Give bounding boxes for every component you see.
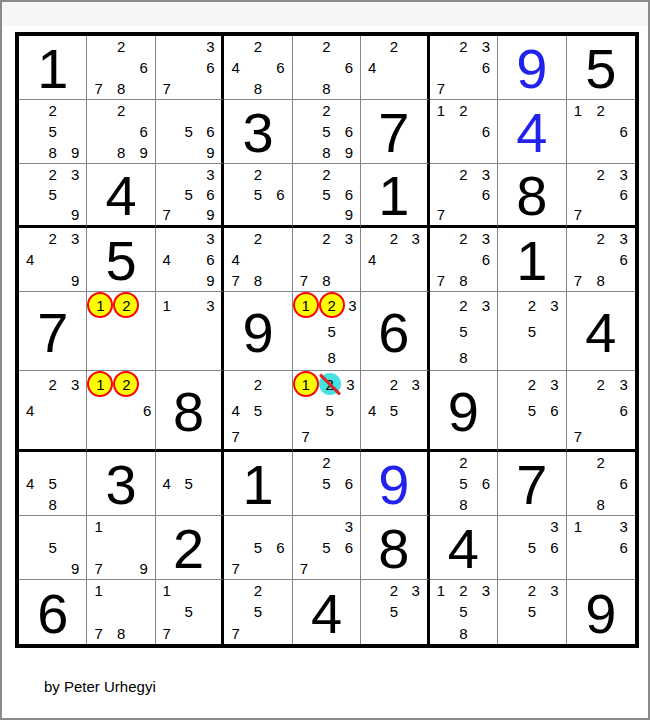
cell-r7c5[interactable]: 256 (293, 452, 361, 516)
candidate-4 (87, 318, 113, 344)
cell-r3c5[interactable]: 2569 (293, 164, 361, 228)
candidate-grid: 234 (361, 228, 426, 291)
candidate-grid: 126 (430, 100, 497, 163)
solved-digit: 1 (242, 454, 273, 513)
cell-r4c1[interactable]: 2349 (19, 228, 87, 292)
cell-r5c7[interactable]: 2358 (430, 292, 498, 371)
cell-r4c5[interactable]: 2378 (293, 228, 361, 292)
candidate-6 (200, 318, 222, 344)
candidate-2: 2 (521, 371, 543, 397)
candidate-8 (521, 558, 543, 579)
solved-digit: 5 (585, 38, 616, 97)
cell-r7c6[interactable]: 9 (361, 452, 429, 516)
candidate-9 (269, 270, 291, 291)
candidate-1: 1 (87, 516, 109, 537)
candidate-1 (224, 371, 246, 397)
cell-r4c4[interactable]: 2478 (224, 228, 292, 292)
candidate-5 (178, 249, 200, 270)
candidate-8 (178, 623, 200, 644)
candidate-2: 2 (521, 580, 543, 601)
cell-r1c9[interactable]: 5 (567, 36, 635, 100)
cell-r6c5[interactable]: 12357 (293, 371, 361, 452)
candidate-6 (64, 184, 86, 204)
cell-r6c2[interactable]: 126 (87, 371, 155, 452)
cell-r7c3[interactable]: 45 (156, 452, 224, 516)
candidate-3: 3 (338, 228, 360, 249)
candidate-5: 5 (41, 473, 63, 494)
cell-r1c7[interactable]: 2367 (430, 36, 498, 100)
cell-r1c3[interactable]: 367 (156, 36, 224, 100)
cell-r8c9[interactable]: 136 (567, 516, 635, 580)
candidate-9 (338, 78, 360, 99)
candidate-1 (19, 164, 41, 184)
candidate-grid: 24 (361, 36, 426, 99)
candidate-7 (567, 494, 590, 515)
candidate-2: 2 (247, 580, 269, 601)
cell-r6c3[interactable]: 8 (156, 371, 224, 452)
candidate-2 (178, 100, 200, 121)
candidate-2 (178, 452, 200, 473)
candidate-2: 2 (589, 164, 612, 184)
candidate-2: 2 (113, 292, 139, 318)
cell-r1c4[interactable]: 2468 (224, 36, 292, 100)
cell-r9c7[interactable]: 12358 (430, 580, 498, 644)
candidate-8: 8 (315, 78, 337, 99)
cell-r9c4[interactable]: 257 (224, 580, 292, 644)
candidate-7: 7 (293, 270, 315, 291)
candidate-1 (293, 100, 315, 121)
candidate-3: 3 (64, 371, 86, 397)
candidate-4 (430, 318, 452, 344)
sudoku-app-window: 1267836724682682423679525892689569325689… (0, 0, 650, 720)
solved-digit: 4 (311, 583, 342, 642)
candidate-2: 2 (452, 36, 474, 57)
candidate-2 (521, 516, 543, 537)
candidate-9 (200, 623, 222, 644)
highlight-yellow-circle: 1 (293, 371, 319, 397)
cell-r4c6[interactable]: 234 (361, 228, 429, 292)
cell-r8c8[interactable]: 356 (498, 516, 566, 580)
candidate-5 (315, 249, 337, 270)
cell-r2c9[interactable]: 126 (567, 100, 635, 164)
cell-r8c7[interactable]: 4 (430, 516, 498, 580)
candidate-8: 8 (589, 270, 612, 291)
candidate-9 (405, 423, 427, 449)
candidate-6: 6 (200, 57, 222, 78)
candidate-3 (269, 228, 291, 249)
cell-r1c6[interactable]: 24 (361, 36, 429, 100)
candidate-6 (543, 318, 565, 344)
cell-r1c2[interactable]: 2678 (87, 36, 155, 100)
candidate-6 (64, 473, 86, 494)
candidate-7: 7 (567, 423, 590, 449)
candidate-1 (224, 516, 246, 537)
solved-digit: 4 (106, 165, 137, 224)
solved-digit: 8 (516, 165, 547, 224)
cell-r9c9[interactable]: 9 (567, 580, 635, 644)
candidate-8: 8 (315, 270, 337, 291)
candidate-grid: 356 (498, 516, 565, 579)
candidate-3 (132, 516, 154, 537)
candidate-7 (87, 344, 113, 370)
cell-r4c2[interactable]: 5 (87, 228, 155, 292)
candidate-9 (612, 270, 635, 291)
cell-r5c2[interactable]: 12 (87, 292, 155, 371)
cell-r5c3[interactable]: 13 (156, 292, 224, 371)
candidate-9 (64, 423, 86, 449)
candidate-9 (475, 142, 497, 163)
candidate-7 (19, 423, 41, 449)
candidate-4: 4 (224, 249, 246, 270)
candidate-6: 6 (612, 121, 635, 142)
solved-digit: 6 (378, 302, 409, 361)
candidate-3: 3 (543, 292, 565, 318)
candidate-4 (19, 184, 41, 204)
cell-r1c5[interactable]: 268 (293, 36, 361, 100)
candidate-6: 6 (132, 57, 154, 78)
candidate-1 (224, 228, 246, 249)
candidate-9 (475, 623, 497, 644)
cell-r7c7[interactable]: 2568 (430, 452, 498, 516)
candidate-1 (430, 452, 452, 473)
candidate-6: 6 (475, 121, 497, 142)
candidate-6 (132, 601, 154, 622)
candidate-grid: 2468 (224, 36, 291, 99)
candidate-4 (498, 318, 520, 344)
candidate-1: 1 (567, 516, 590, 537)
candidate-1 (156, 100, 178, 121)
candidate-8 (113, 423, 139, 449)
candidate-3 (475, 452, 497, 473)
candidate-8: 8 (319, 344, 345, 370)
candidate-grid: 136 (567, 516, 635, 579)
candidate-3: 3 (200, 36, 222, 57)
candidate-8 (247, 623, 269, 644)
candidate-5: 5 (178, 473, 200, 494)
candidate-grid: 12 (87, 292, 154, 370)
cell-r8c5[interactable]: 3567 (293, 516, 361, 580)
cell-r9c5[interactable]: 4 (293, 580, 361, 644)
candidate-5: 5 (315, 184, 337, 204)
candidate-5: 5 (315, 537, 337, 558)
candidate-grid: 257 (224, 580, 291, 644)
candidate-1: 1 (293, 292, 319, 318)
cell-r3c1[interactable]: 2359 (19, 164, 87, 228)
cell-r9c6[interactable]: 235 (361, 580, 429, 644)
candidate-5: 5 (41, 121, 63, 142)
candidate-1 (361, 371, 383, 397)
cell-r7c9[interactable]: 268 (567, 452, 635, 516)
candidate-7 (224, 78, 246, 99)
candidate-6: 6 (612, 397, 635, 423)
candidate-2 (315, 516, 337, 537)
cell-r9c1[interactable]: 6 (19, 580, 87, 644)
candidate-4: 4 (224, 57, 246, 78)
candidate-5 (452, 249, 474, 270)
candidate-grid: 2359 (19, 164, 86, 225)
candidate-8 (452, 205, 474, 225)
cell-r7c8[interactable]: 7 (498, 452, 566, 516)
candidate-4 (87, 601, 109, 622)
candidate-1 (498, 292, 520, 318)
candidate-grid: 2478 (224, 228, 291, 291)
candidate-2 (178, 228, 200, 249)
cell-r3c6[interactable]: 1 (361, 164, 429, 228)
candidate-3 (612, 452, 635, 473)
candidate-1: 1 (156, 580, 178, 601)
candidate-grid: 234 (19, 371, 86, 449)
candidate-9 (269, 205, 291, 225)
cell-r2c3[interactable]: 569 (156, 100, 224, 164)
cell-r1c8[interactable]: 9 (498, 36, 566, 100)
cell-r2c7[interactable]: 126 (430, 100, 498, 164)
candidate-4 (87, 537, 109, 558)
cell-r3c4[interactable]: 256 (224, 164, 292, 228)
cell-r8c6[interactable]: 8 (361, 516, 429, 580)
cell-r3c8[interactable]: 8 (498, 164, 566, 228)
candidate-grid: 2678 (87, 36, 154, 99)
candidate-4: 4 (361, 397, 383, 423)
candidate-grid: 35679 (156, 164, 221, 225)
candidate-1 (156, 228, 178, 249)
candidate-grid: 2356 (498, 371, 565, 449)
candidate-6: 6 (612, 249, 635, 270)
solved-digit: 8 (173, 381, 204, 440)
cell-r3c9[interactable]: 2367 (567, 164, 635, 228)
cell-r3c2[interactable]: 4 (87, 164, 155, 228)
candidate-6 (64, 537, 86, 558)
candidate-1 (19, 371, 41, 397)
candidate-9 (139, 344, 154, 370)
candidate-8 (41, 205, 63, 225)
cell-r2c5[interactable]: 25689 (293, 100, 361, 164)
candidate-3 (139, 371, 154, 397)
candidate-5 (452, 57, 474, 78)
cell-r5c5[interactable]: 12358 (293, 292, 361, 371)
candidate-5: 5 (452, 318, 474, 344)
candidate-6: 6 (612, 537, 635, 558)
candidate-grid: 2358 (430, 292, 497, 370)
solved-digit: 8 (378, 518, 409, 577)
candidate-3: 3 (612, 516, 635, 537)
cell-r3c7[interactable]: 2367 (430, 164, 498, 228)
cell-r6c7[interactable]: 9 (430, 371, 498, 452)
solved-digit: 9 (242, 302, 273, 361)
candidate-1 (430, 36, 452, 57)
candidate-9: 9 (132, 558, 154, 579)
candidate-5 (110, 57, 132, 78)
candidate-9 (543, 344, 565, 370)
candidate-6: 6 (269, 184, 291, 204)
candidate-7: 7 (156, 78, 178, 99)
cell-r2c8[interactable]: 4 (498, 100, 566, 164)
candidate-6 (64, 121, 86, 142)
highlight-cyan-eliminated: 2 (319, 373, 341, 395)
candidate-9 (543, 623, 565, 644)
cell-r7c2[interactable]: 3 (87, 452, 155, 516)
cell-r4c9[interactable]: 23678 (567, 228, 635, 292)
candidate-2: 2 (315, 36, 337, 57)
candidate-1 (293, 164, 315, 184)
candidate-7 (361, 423, 383, 449)
candidate-5: 5 (319, 397, 341, 423)
candidate-3 (200, 100, 222, 121)
cell-r9c2[interactable]: 178 (87, 580, 155, 644)
candidate-grid: 569 (156, 100, 221, 163)
candidate-9 (338, 270, 360, 291)
solved-digit: 9 (516, 38, 547, 97)
candidate-1: 1 (430, 580, 452, 601)
candidate-3: 3 (64, 228, 86, 249)
candidate-7: 7 (567, 205, 590, 225)
candidate-8 (110, 558, 132, 579)
candidate-6 (139, 318, 154, 344)
cell-r3c3[interactable]: 35679 (156, 164, 224, 228)
candidate-1 (87, 36, 109, 57)
candidate-3 (200, 452, 222, 473)
candidate-3: 3 (475, 164, 497, 184)
candidate-9 (139, 423, 154, 449)
candidate-5: 5 (521, 601, 543, 622)
candidate-8 (589, 423, 612, 449)
candidate-3 (269, 164, 291, 184)
cell-r5c9[interactable]: 4 (567, 292, 635, 371)
cell-r8c3[interactable]: 2 (156, 516, 224, 580)
candidate-2: 2 (452, 228, 474, 249)
candidate-7 (361, 270, 383, 291)
candidate-3 (405, 36, 427, 57)
cell-r8c4[interactable]: 567 (224, 516, 292, 580)
cell-r9c8[interactable]: 235 (498, 580, 566, 644)
cell-r2c6[interactable]: 7 (361, 100, 429, 164)
candidate-2: 2 (452, 100, 474, 121)
candidate-1 (156, 164, 178, 184)
cell-r5c8[interactable]: 235 (498, 292, 566, 371)
highlight-yellow-circle: 1 (87, 371, 113, 397)
candidate-2 (110, 580, 132, 601)
candidate-8: 8 (41, 494, 63, 515)
candidate-2: 2 (319, 371, 341, 397)
candidate-5 (589, 397, 612, 423)
candidate-7: 7 (87, 558, 109, 579)
candidate-1 (567, 371, 590, 397)
candidate-grid: 25689 (293, 100, 360, 163)
candidate-2: 2 (113, 371, 139, 397)
candidate-8 (319, 423, 341, 449)
cell-r6c9[interactable]: 2367 (567, 371, 635, 452)
cell-r4c7[interactable]: 23678 (430, 228, 498, 292)
cell-r4c8[interactable]: 1 (498, 228, 566, 292)
cell-r1c1[interactable]: 1 (19, 36, 87, 100)
candidate-7 (293, 494, 315, 515)
solved-digit: 1 (37, 38, 68, 97)
candidate-6: 6 (200, 121, 222, 142)
candidate-grid: 268 (293, 36, 360, 99)
cell-r7c4[interactable]: 1 (224, 452, 292, 516)
candidate-grid: 3567 (293, 516, 360, 579)
candidate-grid: 3469 (156, 228, 221, 291)
candidate-8 (178, 494, 200, 515)
candidate-7: 7 (567, 270, 590, 291)
candidate-5 (247, 57, 269, 78)
candidate-7 (498, 423, 520, 449)
candidate-7: 7 (87, 78, 109, 99)
candidate-6 (64, 249, 86, 270)
candidate-9 (405, 270, 427, 291)
candidate-8: 8 (452, 344, 474, 370)
cell-r5c6[interactable]: 6 (361, 292, 429, 371)
candidate-7 (19, 205, 41, 225)
candidate-1 (498, 580, 520, 601)
candidate-3: 3 (200, 164, 222, 184)
cell-r6c8[interactable]: 2356 (498, 371, 566, 452)
candidate-6: 6 (543, 397, 565, 423)
candidate-grid: 13 (156, 292, 221, 370)
candidate-5 (383, 249, 405, 270)
candidate-5 (315, 57, 337, 78)
cell-r2c2[interactable]: 2689 (87, 100, 155, 164)
cell-r4c3[interactable]: 3469 (156, 228, 224, 292)
cell-r6c6[interactable]: 2345 (361, 371, 429, 452)
cell-r9c3[interactable]: 157 (156, 580, 224, 644)
candidate-7 (156, 270, 178, 291)
candidate-grid: 179 (87, 516, 154, 579)
candidate-4 (567, 121, 590, 142)
candidate-6: 6 (338, 537, 360, 558)
candidate-1 (567, 228, 590, 249)
cell-r2c4[interactable]: 3 (224, 100, 292, 164)
cell-r6c4[interactable]: 2457 (224, 371, 292, 452)
candidate-3: 3 (612, 371, 635, 397)
candidate-4 (567, 184, 590, 204)
candidate-6 (200, 473, 222, 494)
solved-digit: 9 (378, 454, 409, 513)
candidate-3 (269, 371, 291, 397)
candidate-6: 6 (269, 537, 291, 558)
candidate-2: 2 (247, 164, 269, 184)
candidate-3: 3 (405, 580, 427, 601)
candidate-6 (405, 57, 427, 78)
candidate-3: 3 (612, 228, 635, 249)
candidate-9: 9 (200, 142, 222, 163)
candidate-4: 4 (224, 397, 246, 423)
candidate-5 (452, 184, 474, 204)
candidate-7 (361, 78, 383, 99)
candidate-7: 7 (224, 623, 246, 644)
candidate-grid: 45 (156, 452, 221, 515)
cell-r8c1[interactable]: 59 (19, 516, 87, 580)
candidate-8: 8 (41, 142, 63, 163)
candidate-4 (224, 537, 246, 558)
candidate-9 (269, 623, 291, 644)
cell-r8c2[interactable]: 179 (87, 516, 155, 580)
cell-r5c4[interactable]: 9 (224, 292, 292, 371)
candidate-5 (247, 249, 269, 270)
candidate-7: 7 (156, 205, 178, 225)
cell-r7c1[interactable]: 458 (19, 452, 87, 516)
cell-r2c1[interactable]: 2589 (19, 100, 87, 164)
candidate-4 (498, 537, 520, 558)
candidate-grid: 256 (224, 164, 291, 225)
cell-r6c1[interactable]: 234 (19, 371, 87, 452)
candidate-3: 3 (612, 164, 635, 184)
candidate-2 (41, 452, 63, 473)
candidate-8 (178, 142, 200, 163)
cell-r5c1[interactable]: 7 (19, 292, 87, 371)
candidate-9 (612, 142, 635, 163)
caption: by Peter Urhegyi (44, 678, 156, 695)
candidate-2: 2 (452, 452, 474, 473)
